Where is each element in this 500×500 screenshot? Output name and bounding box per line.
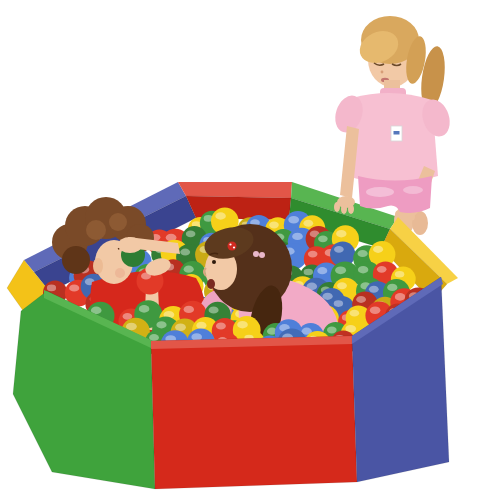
girl-standing-label-mark <box>394 131 400 135</box>
boy-cheek <box>115 268 125 278</box>
panel-front-center-red <box>151 336 357 489</box>
boy-hand <box>118 237 142 253</box>
boy-hair-curl <box>62 246 90 274</box>
ball-pit-scene <box>0 0 500 500</box>
girl-center-hair-clip <box>228 242 237 251</box>
girl-center-hair-clip-dot <box>229 243 231 245</box>
girl-center-bow-clip <box>253 251 259 257</box>
girl-center-hair-clip-dot <box>233 246 235 248</box>
girl-standing-finger <box>334 202 340 212</box>
girl-standing-finger <box>402 213 408 222</box>
girl-center-eye <box>212 260 216 264</box>
girl-standing-finger <box>348 204 354 214</box>
girl-center-mouth <box>207 279 215 289</box>
product-photo <box>0 0 500 500</box>
boy-hair-curl <box>109 213 127 231</box>
child-girl-standing <box>331 16 454 235</box>
boy-ear <box>93 258 103 274</box>
boy-hair-curl <box>86 220 106 240</box>
panel-back-center-top <box>178 182 292 198</box>
girl-center-bow-clip <box>259 252 265 258</box>
girl-standing-shorts-sheen <box>366 187 394 197</box>
girl-standing-nose <box>381 71 384 74</box>
girl-standing-shorts-sheen <box>403 186 423 194</box>
girl-standing-finger <box>341 204 347 214</box>
